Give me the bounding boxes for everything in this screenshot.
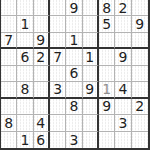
cell-r7c9[interactable]: 2 [132, 99, 148, 115]
cell-r5c5[interactable]: 6 [66, 66, 82, 82]
cell-r3c7[interactable] [99, 33, 115, 49]
cell-r9c3[interactable]: 6 [34, 132, 50, 148]
cell-r8c5[interactable] [66, 115, 82, 131]
cell-r9c9[interactable] [132, 132, 148, 148]
cell-r4c6[interactable]: 1 [83, 49, 99, 65]
cell-r3c2[interactable] [17, 33, 33, 49]
sudoku-board: 98215979162719683914892843163 [0, 0, 150, 150]
cell-r7c8[interactable] [115, 99, 131, 115]
cell-r6c2[interactable]: 8 [17, 82, 33, 98]
cell-r8c6[interactable] [83, 115, 99, 131]
cell-r7c5[interactable]: 8 [66, 99, 82, 115]
cell-r5c6[interactable] [83, 66, 99, 82]
cell-r5c2[interactable] [17, 66, 33, 82]
cell-r7c3[interactable] [34, 99, 50, 115]
cell-r2c1[interactable] [1, 16, 17, 32]
cell-r3c1[interactable]: 7 [1, 33, 17, 49]
cell-r2c4[interactable] [50, 16, 66, 32]
cell-r2c2[interactable]: 1 [17, 16, 33, 32]
cell-r9c4[interactable] [50, 132, 66, 148]
cell-r6c5[interactable] [66, 82, 82, 98]
cell-r3c6[interactable] [83, 33, 99, 49]
cell-r9c5[interactable]: 3 [66, 132, 82, 148]
cell-r6c4[interactable]: 3 [50, 82, 66, 98]
cell-r6c3[interactable] [34, 82, 50, 98]
cell-r5c1[interactable] [1, 66, 17, 82]
cell-r6c9[interactable] [132, 82, 148, 98]
cell-r1c9[interactable] [132, 0, 148, 16]
cell-r4c8[interactable]: 9 [115, 49, 131, 65]
cell-r9c7[interactable] [99, 132, 115, 148]
cell-r1c1[interactable] [1, 0, 17, 16]
cell-r4c1[interactable] [1, 49, 17, 65]
cell-r5c9[interactable] [132, 66, 148, 82]
cell-r4c2[interactable]: 6 [17, 49, 33, 65]
cell-r2c3[interactable] [34, 16, 50, 32]
cell-r6c7[interactable]: 1 [99, 82, 115, 98]
cell-r2c5[interactable] [66, 16, 82, 32]
cell-r3c4[interactable] [50, 33, 66, 49]
cell-r6c8[interactable]: 4 [115, 82, 131, 98]
cell-r7c1[interactable] [1, 99, 17, 115]
cell-r8c3[interactable]: 4 [34, 115, 50, 131]
cell-r1c2[interactable] [17, 0, 33, 16]
cell-r3c9[interactable] [132, 33, 148, 49]
cell-r9c8[interactable] [115, 132, 131, 148]
cell-r1c6[interactable] [83, 0, 99, 16]
cell-r2c9[interactable]: 9 [132, 16, 148, 32]
cell-r2c6[interactable] [83, 16, 99, 32]
cell-r4c7[interactable] [99, 49, 115, 65]
cell-r6c1[interactable] [1, 82, 17, 98]
cell-r5c7[interactable] [99, 66, 115, 82]
cell-r8c4[interactable] [50, 115, 66, 131]
cell-r1c8[interactable]: 2 [115, 0, 131, 16]
cell-r3c5[interactable]: 1 [66, 33, 82, 49]
cell-r7c6[interactable] [83, 99, 99, 115]
cell-r8c2[interactable] [17, 115, 33, 131]
cell-r9c2[interactable]: 1 [17, 132, 33, 148]
cell-r3c3[interactable]: 9 [34, 33, 50, 49]
cell-r9c6[interactable] [83, 132, 99, 148]
cell-r4c9[interactable] [132, 49, 148, 65]
cell-r1c5[interactable]: 9 [66, 0, 82, 16]
cell-r9c1[interactable] [1, 132, 17, 148]
cell-r3c8[interactable] [115, 33, 131, 49]
cell-r8c9[interactable] [132, 115, 148, 131]
cell-r1c4[interactable] [50, 0, 66, 16]
cell-r4c4[interactable]: 7 [50, 49, 66, 65]
cell-r7c4[interactable] [50, 99, 66, 115]
cell-r1c7[interactable]: 8 [99, 0, 115, 16]
cell-r7c2[interactable] [17, 99, 33, 115]
cell-r5c8[interactable] [115, 66, 131, 82]
cell-r8c1[interactable]: 8 [1, 115, 17, 131]
cell-r8c7[interactable] [99, 115, 115, 131]
cell-r7c7[interactable]: 9 [99, 99, 115, 115]
cell-r5c3[interactable] [34, 66, 50, 82]
cell-r6c6[interactable]: 9 [83, 82, 99, 98]
cell-r2c8[interactable] [115, 16, 131, 32]
cell-r8c8[interactable]: 3 [115, 115, 131, 131]
cell-r4c3[interactable]: 2 [34, 49, 50, 65]
cell-r5c4[interactable] [50, 66, 66, 82]
cell-r4c5[interactable] [66, 49, 82, 65]
cell-r1c3[interactable] [34, 0, 50, 16]
cell-r2c7[interactable]: 5 [99, 16, 115, 32]
